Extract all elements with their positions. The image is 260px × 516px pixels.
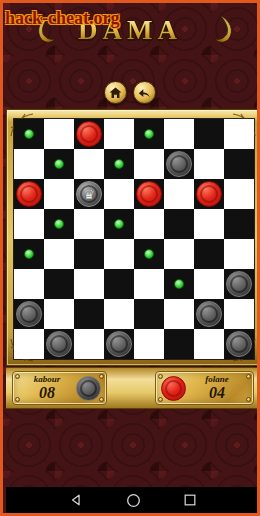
board-cell[interactable] [14, 209, 44, 239]
gray-piece-icon [76, 376, 101, 401]
board-cell[interactable] [14, 329, 44, 359]
checker-red[interactable] [196, 181, 222, 207]
board-frame: ♛ [6, 109, 260, 366]
board-cell[interactable] [14, 149, 44, 179]
board-cell[interactable] [194, 269, 224, 299]
board-cell[interactable] [74, 299, 104, 329]
board-cell[interactable] [44, 179, 74, 209]
checkers-board: ♛ [13, 118, 255, 360]
move-hint-dot[interactable] [24, 249, 34, 259]
move-hint-dot[interactable] [114, 219, 124, 229]
move-hint-dot[interactable] [114, 159, 124, 169]
back-arrow-icon [138, 87, 151, 99]
rivet-icon [99, 397, 104, 402]
back-triangle-icon [69, 493, 83, 507]
board-cell[interactable] [224, 119, 254, 149]
board-cell[interactable] [44, 149, 74, 179]
player-gray-score: 08 [18, 385, 76, 401]
score-bar: kabour 08 folane 04 [6, 367, 260, 409]
board-cell[interactable] [104, 239, 134, 269]
board-cell[interactable] [134, 269, 164, 299]
android-recents-button[interactable] [182, 492, 198, 508]
player-red-score: 04 [186, 385, 248, 401]
board-cell[interactable] [224, 299, 254, 329]
move-hint-dot[interactable] [54, 159, 64, 169]
board-cell[interactable] [74, 269, 104, 299]
rivet-icon [246, 374, 251, 379]
home-button[interactable] [104, 81, 127, 104]
player-gray-name: kabour [18, 375, 76, 384]
board-cell[interactable] [74, 239, 104, 269]
checker-gray[interactable] [106, 331, 132, 357]
move-hint-dot[interactable] [174, 279, 184, 289]
board-cell[interactable] [194, 149, 224, 179]
player-red-name: folane [186, 375, 248, 384]
board-cell[interactable] [74, 119, 104, 149]
board-cell[interactable] [194, 179, 224, 209]
checker-gray[interactable] [226, 271, 252, 297]
board-cell[interactable]: ♛ [74, 179, 104, 209]
board-cell[interactable] [74, 209, 104, 239]
board-cell[interactable] [164, 149, 194, 179]
red-piece-icon [161, 376, 186, 401]
board-cell[interactable] [194, 299, 224, 329]
recents-square-icon [183, 493, 197, 507]
rivet-icon [158, 397, 163, 402]
checker-gray[interactable] [196, 301, 222, 327]
board-cell[interactable] [14, 119, 44, 149]
android-home-button[interactable] [125, 492, 141, 508]
board-cell[interactable] [224, 239, 254, 269]
board-cell[interactable] [164, 329, 194, 359]
board-cell[interactable] [164, 179, 194, 209]
board-cell[interactable] [224, 179, 254, 209]
board-cell[interactable] [134, 119, 164, 149]
board-cell[interactable] [14, 239, 44, 269]
board-cell[interactable] [104, 179, 134, 209]
checker-red[interactable] [136, 181, 162, 207]
board-cell[interactable] [104, 269, 134, 299]
android-navbar [6, 487, 260, 513]
toolbar [3, 81, 257, 104]
board-cell[interactable] [164, 299, 194, 329]
board-cell[interactable] [44, 239, 74, 269]
board-cell[interactable] [164, 239, 194, 269]
board-cell[interactable] [104, 209, 134, 239]
crown-icon: ♛ [77, 182, 101, 206]
rivet-icon [158, 374, 163, 379]
back-button[interactable] [133, 81, 156, 104]
board-cell[interactable] [194, 239, 224, 269]
app-screen: hack-cheat.org DAMA [0, 0, 260, 516]
checker-red[interactable] [76, 121, 102, 147]
board-cell[interactable] [134, 149, 164, 179]
board-cell[interactable] [194, 209, 224, 239]
board-cell[interactable] [104, 149, 134, 179]
board-cell[interactable] [134, 329, 164, 359]
board-cell[interactable] [164, 119, 194, 149]
board-cell[interactable] [44, 119, 74, 149]
board-cell[interactable] [104, 119, 134, 149]
board-cell[interactable] [14, 269, 44, 299]
board-cell[interactable] [194, 329, 224, 359]
board-cell[interactable] [224, 209, 254, 239]
player-panel-red: folane 04 [155, 371, 254, 405]
board-cell[interactable] [44, 209, 74, 239]
board-cell[interactable] [164, 209, 194, 239]
board-cell[interactable] [194, 119, 224, 149]
home-icon [109, 87, 122, 99]
board-cell[interactable] [224, 269, 254, 299]
rivet-icon [246, 397, 251, 402]
move-hint-dot[interactable] [24, 129, 34, 139]
board-cell[interactable] [134, 299, 164, 329]
board-cell[interactable] [104, 299, 134, 329]
board-cell[interactable] [44, 269, 74, 299]
checker-gray-king[interactable]: ♛ [76, 181, 102, 207]
board-cell[interactable] [74, 149, 104, 179]
board-cell[interactable] [14, 179, 44, 209]
checker-red[interactable] [16, 181, 42, 207]
move-hint-dot[interactable] [144, 249, 154, 259]
checker-gray[interactable] [166, 151, 192, 177]
board-cell[interactable] [224, 329, 254, 359]
board-cell[interactable] [224, 149, 254, 179]
move-hint-dot[interactable] [144, 129, 154, 139]
board-cell[interactable] [74, 329, 104, 359]
android-back-button[interactable] [68, 492, 84, 508]
player-gray-info: kabour 08 [18, 375, 76, 401]
rivet-icon [99, 374, 104, 379]
move-hint-dot[interactable] [54, 219, 64, 229]
rivet-icon [15, 374, 20, 379]
board-cell[interactable] [104, 329, 134, 359]
checker-gray[interactable] [46, 331, 72, 357]
board-cell[interactable] [14, 299, 44, 329]
board-cell[interactable] [44, 299, 74, 329]
rivet-icon [15, 397, 20, 402]
home-circle-icon [126, 493, 141, 508]
board-cell[interactable] [44, 329, 74, 359]
board-cell[interactable] [164, 269, 194, 299]
board-cell[interactable] [134, 179, 164, 209]
board-cell[interactable] [134, 209, 164, 239]
checker-gray[interactable] [16, 301, 42, 327]
checker-gray[interactable] [226, 331, 252, 357]
board-cell[interactable] [134, 239, 164, 269]
player-red-info: folane 04 [186, 375, 248, 401]
watermark-text: hack-cheat.org [5, 8, 119, 29]
player-panel-gray: kabour 08 [12, 371, 107, 405]
